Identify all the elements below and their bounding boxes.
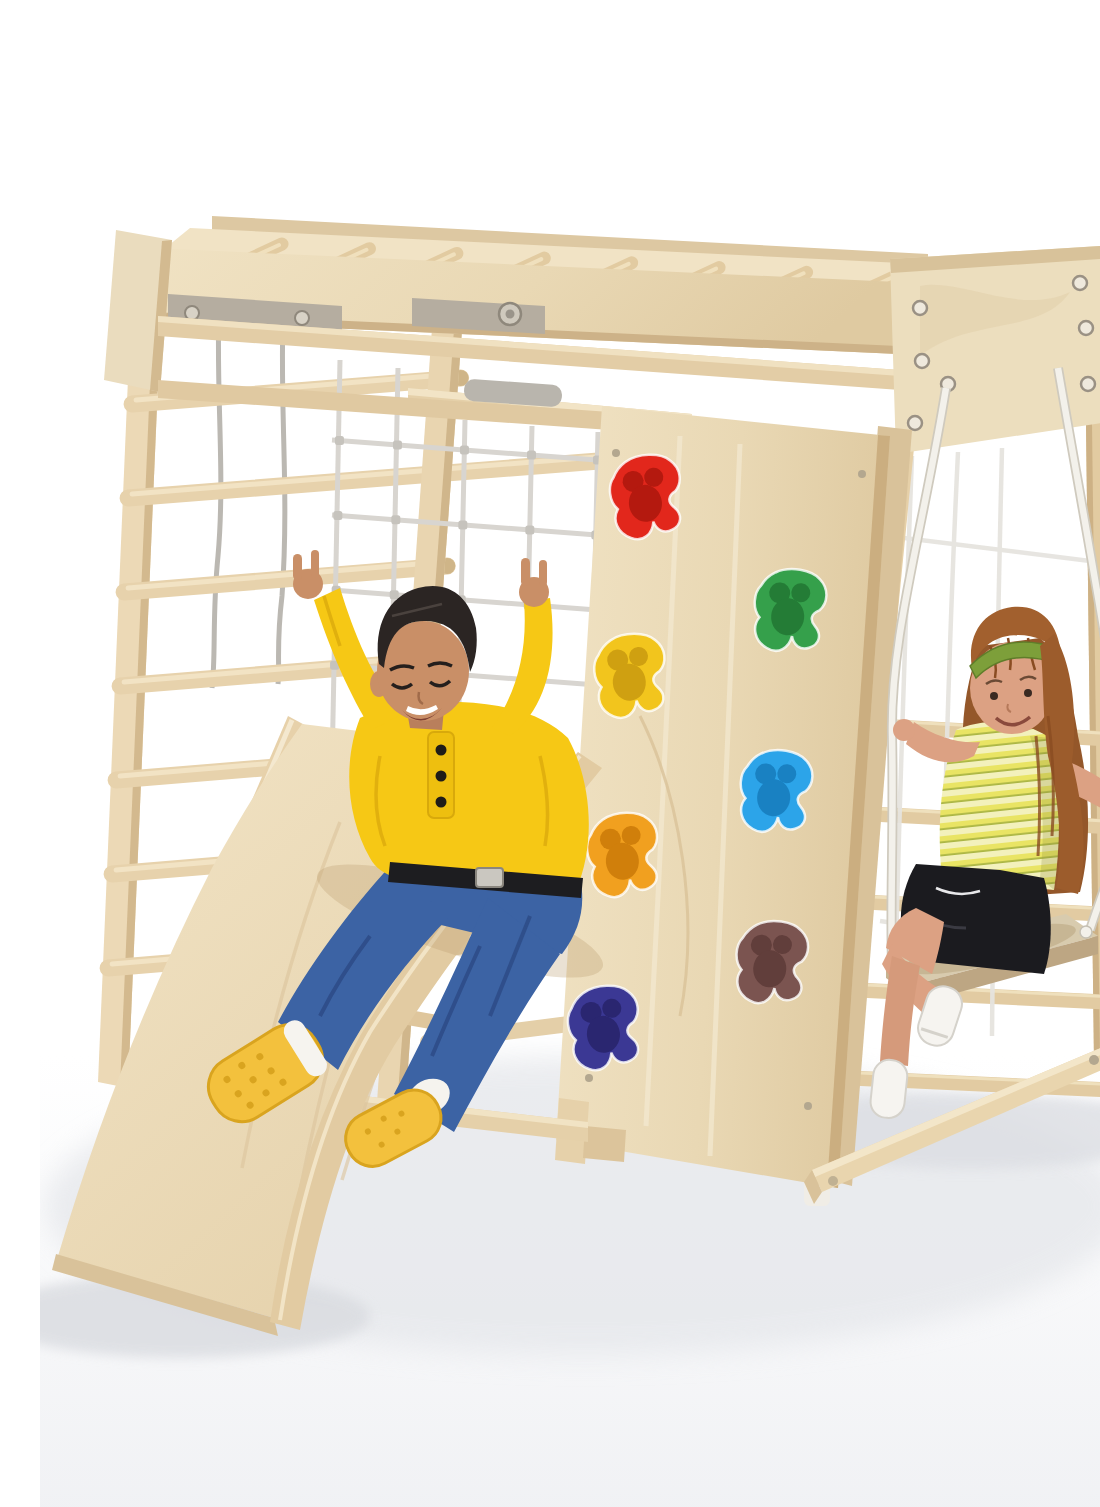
bolt [295,311,309,325]
jungle-gym-scene [40,16,1100,1507]
bolt [1089,1055,1099,1065]
girl-shoe-right [869,1058,909,1119]
bolt [185,306,199,320]
product-photo: Two children playing on a natural-wood i… [40,16,1100,1507]
belt-buckle [476,868,503,887]
rope-knot [1080,926,1092,938]
wall-foot-bracket [583,1126,626,1162]
climbing-wall [555,406,912,1188]
bolt [828,1176,838,1186]
